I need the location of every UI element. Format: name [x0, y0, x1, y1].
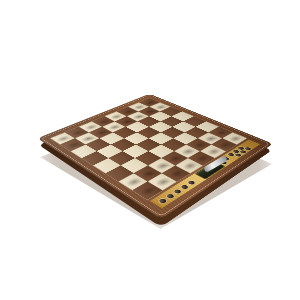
white-rook-icon: ♜: [131, 156, 164, 193]
panel-button[interactable]: [180, 184, 189, 189]
black-pawn-icon: ♟: [61, 121, 84, 147]
chess-computer: ♜♞♝♛♚♝♞♜♟♟♟♟♟♟♟♟♟♟♟♟♟♟♟♟♜♞♝♛♚♝♞♜: [37, 94, 273, 220]
board-tilt: ♜♞♝♛♚♝♞♜♟♟♟♟♟♟♟♟♟♟♟♟♟♟♟♟♜♞♝♛♚♝♞♜: [37, 94, 273, 220]
product-photo: ♜♞♝♛♚♝♞♜♟♟♟♟♟♟♟♟♟♟♟♟♟♟♟♟♜♞♝♛♚♝♞♜: [0, 0, 300, 300]
